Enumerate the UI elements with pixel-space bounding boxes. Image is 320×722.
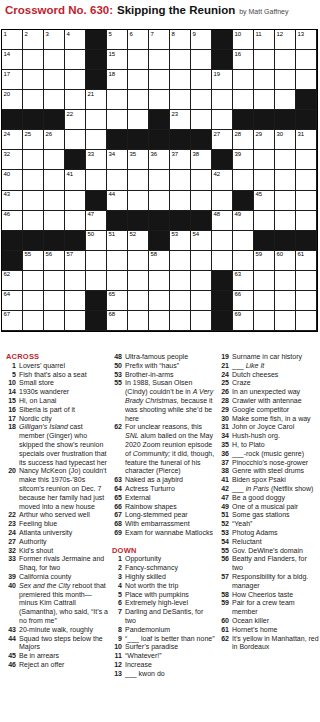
grid-cell-r15c1[interactable]: 67 — [2, 311, 23, 331]
grid-cell-r9c8[interactable] — [149, 191, 170, 211]
grid-cell-r1c14[interactable]: 12 — [275, 30, 296, 50]
clue-down-57: 57Responsibility for a bldg. manager — [217, 573, 319, 591]
grid-cell-r12c10[interactable] — [191, 251, 212, 271]
grid-cell-r14c8[interactable] — [149, 291, 170, 311]
grid-cell-r3c3[interactable] — [44, 70, 65, 90]
black-cell-r6c6 — [107, 130, 128, 150]
grid-cell-r14c1[interactable]: 64 — [2, 291, 23, 311]
grid-cell-r14c4[interactable] — [65, 291, 86, 311]
grid-cell-r5c9[interactable]: 23 — [170, 110, 191, 130]
grid-cell-r13c1[interactable]: 62 — [2, 271, 23, 291]
cell-number-20: 20 — [4, 91, 10, 97]
grid-cell-r15c4[interactable] — [65, 311, 86, 331]
grid-cell-r4c4[interactable] — [65, 90, 86, 110]
grid-cell-r3c1[interactable]: 17 — [2, 70, 23, 90]
clue-across-18: 18Gilligan’s Island cast member (Ginger)… — [4, 423, 108, 467]
grid-cell-r6c1[interactable]: 24 — [2, 130, 23, 150]
grid-cell-r8c7[interactable] — [128, 170, 149, 190]
cell-number-65: 65 — [109, 291, 115, 297]
clue-down-6: 6Extremely high-level — [110, 599, 216, 608]
clue-down-35: 35H, to Plato — [217, 441, 319, 450]
grid-cell-r3c13[interactable] — [254, 70, 275, 90]
clue-text: In an unexpected way — [232, 388, 319, 397]
clue-down-11: 11“Whatever!” — [110, 652, 216, 661]
grid-cell-r14c12[interactable]: 66 — [233, 291, 254, 311]
grid-cell-r9c7[interactable] — [128, 191, 149, 211]
grid-cell-r12c4[interactable]: 57 — [65, 251, 86, 271]
clue-text: Not worth the trip — [125, 582, 216, 591]
clue-number: 45 — [4, 652, 19, 661]
clue-number: 25 — [217, 379, 232, 388]
grid-cell-r7c5[interactable]: 33 — [86, 150, 107, 170]
clue-number: 5 — [4, 371, 19, 380]
black-cell-r1c11 — [212, 30, 233, 50]
clue-across-64: 64Actress Turturro — [110, 485, 216, 494]
cell-number-23: 23 — [172, 111, 178, 117]
grid-cell-r3c8[interactable] — [149, 70, 170, 90]
grid-cell-r14c2[interactable] — [23, 291, 44, 311]
grid-cell-r9c1[interactable]: 43 — [2, 191, 23, 211]
grid-cell-r11c5[interactable]: 50 — [86, 231, 107, 251]
grid-cell-r7c7[interactable]: 35 — [128, 150, 149, 170]
grid-cell-r10c12[interactable]: 49 — [233, 211, 254, 231]
clue-number: 20 — [4, 467, 19, 511]
grid-cell-r7c10[interactable]: 38 — [191, 150, 212, 170]
grid-cell-r13c3[interactable] — [44, 271, 65, 291]
clue-text: Rainbow shapes — [125, 503, 216, 512]
grid-cell-r9c2[interactable] — [23, 191, 44, 211]
cell-number-49: 49 — [235, 211, 241, 217]
grid-cell-r4c13[interactable] — [254, 90, 275, 110]
cell-number-69: 69 — [235, 311, 241, 317]
cell-number-33: 33 — [88, 151, 94, 157]
grid-cell-r11c10[interactable]: 54 — [191, 231, 212, 251]
grid-cell-r3c4[interactable] — [65, 70, 86, 90]
cell-number-5: 5 — [109, 31, 112, 37]
clue-text: Dutch cheeses — [232, 371, 319, 380]
black-cell-r5c12 — [233, 110, 254, 130]
grid-cell-r4c5[interactable]: 21 — [86, 90, 107, 110]
grid-cell-r7c8[interactable]: 36 — [149, 150, 170, 170]
grid-cell-r13c12[interactable]: 63 — [233, 271, 254, 291]
cell-number-46: 46 — [4, 211, 10, 217]
grid-cell-r9c13[interactable]: 45 — [254, 191, 275, 211]
clue-text: Atlanta university — [19, 529, 108, 538]
cell-number-48: 48 — [214, 211, 220, 217]
grid-cell-r15c14[interactable] — [275, 311, 296, 331]
black-cell-r12c1 — [2, 251, 23, 271]
clue-down-3: 3Highly skilled — [110, 573, 216, 582]
cell-number-45: 45 — [256, 191, 262, 197]
grid-cell-r7c14[interactable] — [275, 150, 296, 170]
grid-cell-r12c8[interactable]: 58 — [149, 251, 170, 271]
clue-number: 13 — [110, 670, 125, 679]
grid-cell-r4c12[interactable] — [233, 90, 254, 110]
clue-text: Google competitor — [232, 406, 319, 415]
grid-cell-r8c5[interactable] — [86, 170, 107, 190]
grid-cell-r13c4[interactable] — [65, 271, 86, 291]
clue-number: 44 — [4, 635, 19, 653]
grid-cell-r6c2[interactable]: 25 — [23, 130, 44, 150]
cell-number-39: 39 — [235, 151, 241, 157]
clue-text: “___ loaf is better than none” — [125, 635, 216, 644]
grid-cell-r6c11[interactable]: 27 — [212, 130, 233, 150]
clue-text: 1930s wanderer — [19, 388, 108, 397]
grid-cell-r1c15[interactable]: 13 — [296, 30, 317, 50]
grid-cell-r2c14[interactable] — [275, 50, 296, 70]
grid-cell-r13c13[interactable] — [254, 271, 275, 291]
grid-cell-r15c3[interactable] — [44, 311, 65, 331]
grid-cell-r14c15[interactable] — [296, 291, 317, 311]
grid-cell-r13c14[interactable] — [275, 271, 296, 291]
grid-cell-r7c1[interactable]: 32 — [2, 150, 23, 170]
grid-cell-r12c15[interactable]: 61 — [296, 251, 317, 271]
grid-cell-r15c9[interactable] — [170, 311, 191, 331]
grid-cell-r4c10[interactable] — [191, 90, 212, 110]
grid-cell-r14c3[interactable] — [44, 291, 65, 311]
grid-cell-r15c8[interactable] — [149, 311, 170, 331]
grid-cell-r4c6[interactable] — [107, 90, 128, 110]
grid-cell-r5c11[interactable] — [212, 110, 233, 130]
grid-cell-r10c11[interactable]: 48 — [212, 211, 233, 231]
black-cell-r10c10 — [191, 211, 212, 231]
clue-text: Craze — [232, 379, 319, 388]
grid-cell-r2c10[interactable] — [191, 50, 212, 70]
grid-cell-r8c2[interactable] — [23, 170, 44, 190]
grid-cell-r12c9[interactable] — [170, 251, 191, 271]
clue-text: H, to Plato — [232, 441, 319, 450]
grid-cell-r14c7[interactable] — [128, 291, 149, 311]
grid-cell-r11c9[interactable]: 53 — [170, 231, 191, 251]
grid-cell-r2c2[interactable] — [23, 50, 44, 70]
black-cell-r11c2 — [23, 231, 44, 251]
grid-cell-r6c14[interactable]: 30 — [275, 130, 296, 150]
grid-cell-r5c5[interactable] — [86, 110, 107, 130]
grid-cell-r4c3[interactable] — [44, 90, 65, 110]
grid-cell-r10c5[interactable]: 47 — [86, 211, 107, 231]
clue-down-37: 37Pinocchio’s nose-grower — [217, 459, 319, 468]
clue-number: 6 — [110, 599, 125, 608]
grid-cell-r6c15[interactable]: 31 — [296, 130, 317, 150]
cell-number-36: 36 — [151, 151, 157, 157]
grid-cell-r3c12[interactable] — [233, 70, 254, 90]
grid-cell-r5c4[interactable]: 22 — [65, 110, 86, 130]
grid-cell-r12c7[interactable] — [128, 251, 149, 271]
grid-cell-r13c6[interactable] — [107, 271, 128, 291]
cell-number-34: 34 — [109, 151, 115, 157]
grid-cell-r15c10[interactable] — [191, 311, 212, 331]
black-cell-r5c3 — [44, 110, 65, 130]
clue-text: Authority — [19, 538, 108, 547]
cell-number-13: 13 — [298, 31, 304, 37]
cell-number-66: 66 — [235, 291, 241, 297]
grid-cell-r8c8[interactable] — [149, 170, 170, 190]
cell-number-54: 54 — [193, 231, 199, 237]
grid-cell-r8c11[interactable]: 42 — [212, 170, 233, 190]
clue-down-56: 56Beatty and Flanders, for two — [217, 555, 319, 573]
grid-cell-r3c11[interactable]: 19 — [212, 70, 233, 90]
grid-cell-r6c5[interactable] — [86, 130, 107, 150]
clue-down-58: 58How Cheerios taste — [217, 591, 319, 600]
clue-down-30: 30Make some fish, in a way — [217, 415, 319, 424]
grid-cell-r15c6[interactable]: 68 — [107, 311, 128, 331]
clue-text: Squad two steps below the Majors — [19, 635, 108, 653]
grid-cell-r9c9[interactable] — [170, 191, 191, 211]
grid-cell-r2c12[interactable]: 16 — [233, 50, 254, 70]
grid-cell-r11c12[interactable] — [233, 231, 254, 251]
grid-cell-r10c2[interactable] — [23, 211, 44, 231]
black-cell-r5c1 — [2, 110, 23, 130]
cell-number-3: 3 — [46, 31, 49, 37]
cell-number-51: 51 — [109, 231, 115, 237]
clue-text: Surfer’s paradise — [125, 643, 216, 652]
grid-cell-r12c12[interactable] — [233, 251, 254, 271]
grid-cell-r8c3[interactable] — [44, 170, 65, 190]
grid-cell-r8c1[interactable]: 40 — [2, 170, 23, 190]
grid-cell-r9c4[interactable] — [65, 191, 86, 211]
grid-cell-r2c15[interactable] — [296, 50, 317, 70]
clue-across-67: 67Long-stemmed pear — [110, 511, 216, 520]
cell-number-68: 68 — [109, 311, 115, 317]
clue-number: 56 — [217, 555, 232, 573]
grid-cell-r6c4[interactable] — [65, 130, 86, 150]
grid-cell-r6c13[interactable]: 29 — [254, 130, 275, 150]
clue-number: 37 — [217, 459, 232, 468]
grid-cell-r8c9[interactable] — [170, 170, 191, 190]
clue-down-7: 7Darling and DeSantis, for two — [110, 608, 216, 626]
grid-cell-r14c13[interactable] — [254, 291, 275, 311]
grid-cell-r9c3[interactable] — [44, 191, 65, 211]
grid-cell-r2c8[interactable] — [149, 50, 170, 70]
grid-cell-r13c8[interactable] — [149, 271, 170, 291]
black-cell-r10c6 — [107, 211, 128, 231]
grid-cell-r13c7[interactable] — [128, 271, 149, 291]
clue-text: Surname in car history — [232, 353, 319, 362]
grid-cell-r3c14[interactable] — [275, 70, 296, 90]
grid-cell-r12c14[interactable]: 60 — [275, 251, 296, 271]
clue-text: Opportunity — [125, 555, 216, 564]
grid-cell-r10c14[interactable] — [275, 211, 296, 231]
grid-cell-r9c10[interactable] — [191, 191, 212, 211]
grid-cell-r1c4[interactable]: 4 — [65, 30, 86, 50]
clue-number: 29 — [217, 406, 232, 415]
cell-number-14: 14 — [4, 51, 10, 57]
grid-cell-r5c7[interactable] — [128, 110, 149, 130]
grid-cell-r1c2[interactable]: 2 — [23, 30, 44, 50]
clue-number: 66 — [110, 503, 125, 512]
clue-number: 47 — [217, 494, 232, 503]
grid-cell-r7c12[interactable]: 39 — [233, 150, 254, 170]
black-cell-r5c2 — [23, 110, 44, 130]
grid-cell-r13c9[interactable] — [170, 271, 191, 291]
clue-across-14: 141930s wanderer — [4, 388, 108, 397]
grid-cell-r2c3[interactable] — [44, 50, 65, 70]
grid-cell-r7c2[interactable] — [23, 150, 44, 170]
clue-text: Place with pumpkins — [125, 591, 216, 600]
grid-cell-r9c11[interactable] — [212, 191, 233, 211]
grid-cell-r12c13[interactable]: 59 — [254, 251, 275, 271]
grid-cell-r3c9[interactable] — [170, 70, 191, 90]
black-cell-r11c13 — [254, 231, 275, 251]
grid-cell-r3c15[interactable] — [296, 70, 317, 90]
grid-cell-r3c10[interactable] — [191, 70, 212, 90]
grid-cell-r15c13[interactable] — [254, 311, 275, 331]
grid-cell-r13c15[interactable] — [296, 271, 317, 291]
clue-across-44: 44Squad two steps below the Majors — [4, 635, 108, 653]
grid-cell-r4c11[interactable] — [212, 90, 233, 110]
grid-cell-r9c6[interactable]: 44 — [107, 191, 128, 211]
clue-number: 14 — [4, 388, 19, 397]
grid-cell-r7c6[interactable]: 34 — [107, 150, 128, 170]
grid-cell-r8c6[interactable] — [107, 170, 128, 190]
grid-cell-r2c6[interactable]: 15 — [107, 50, 128, 70]
grid-cell-r4c2[interactable] — [23, 90, 44, 110]
grid-cell-r2c4[interactable] — [65, 50, 86, 70]
clue-down-52: 52“Yeah” — [217, 520, 319, 529]
grid-cell-r11c11[interactable] — [212, 231, 233, 251]
grid-cell-r3c6[interactable]: 18 — [107, 70, 128, 90]
clue-number: 62 — [217, 635, 232, 653]
clue-down-8: 8Pandemonium — [110, 626, 216, 635]
clue-section: ACROSS1Lovers’ quarrel5Fish that’s also … — [0, 353, 320, 722]
clue-number: 48 — [110, 353, 125, 362]
grid-cell-r8c12[interactable] — [233, 170, 254, 190]
black-cell-r7c11 — [212, 150, 233, 170]
grid-cell-r1c8[interactable]: 7 — [149, 30, 170, 50]
grid-cell-r15c7[interactable] — [128, 311, 149, 331]
grid-cell-r1c12[interactable]: 10 — [233, 30, 254, 50]
clue-down-13: 13___ kwon do — [110, 670, 216, 679]
grid-cell-r2c9[interactable] — [170, 50, 191, 70]
byline: by Matt Gaffney — [239, 8, 288, 15]
clue-number: 38 — [217, 467, 232, 476]
grid-cell-r12c6[interactable] — [107, 251, 128, 271]
grid-cell-r8c15[interactable] — [296, 170, 317, 190]
grid-cell-r9c14[interactable] — [275, 191, 296, 211]
grid-cell-r5c10[interactable] — [191, 110, 212, 130]
clue-number: 15 — [4, 397, 19, 406]
grid-cell-r12c3[interactable]: 56 — [44, 251, 65, 271]
grid-cell-r4c9[interactable] — [170, 90, 191, 110]
grid-cell-r10c4[interactable] — [65, 211, 86, 231]
grid-cell-r4c1[interactable]: 20 — [2, 90, 23, 110]
clue-text: Some gas stations — [232, 511, 319, 520]
clue-text: Pair for a crew team member — [232, 599, 319, 617]
grid-cell-r2c7[interactable] — [128, 50, 149, 70]
clue-number: 10 — [4, 379, 19, 388]
grid-cell-r13c5[interactable] — [86, 271, 107, 291]
grid-cell-r8c14[interactable] — [275, 170, 296, 190]
grid-cell-r10c1[interactable]: 46 — [2, 211, 23, 231]
cell-number-60: 60 — [277, 251, 283, 257]
clue-number: 62 — [110, 423, 125, 476]
black-cell-r6c10 — [191, 130, 212, 150]
grid-cell-r13c2[interactable] — [23, 271, 44, 291]
down-header: DOWN — [112, 547, 216, 556]
grid-cell-r1c13[interactable]: 11 — [254, 30, 275, 50]
clue-down-4: 4Not worth the trip — [110, 582, 216, 591]
grid-cell-r3c7[interactable] — [128, 70, 149, 90]
black-cell-r6c7 — [128, 130, 149, 150]
grid-cell-r1c1[interactable]: 1 — [2, 30, 23, 50]
grid-cell-r1c9[interactable]: 8 — [170, 30, 191, 50]
grid-cell-r15c2[interactable] — [23, 311, 44, 331]
grid-cell-r7c9[interactable]: 37 — [170, 150, 191, 170]
grid-cell-r7c15[interactable] — [296, 150, 317, 170]
clue-number: 60 — [217, 617, 232, 626]
grid-cell-r6c12[interactable]: 28 — [233, 130, 254, 150]
grid-cell-r1c7[interactable]: 6 — [128, 30, 149, 50]
grid-cell-r2c1[interactable]: 14 — [2, 50, 23, 70]
clue-text: Highly skilled — [125, 573, 216, 582]
grid-cell-r10c3[interactable] — [44, 211, 65, 231]
grid-cell-r8c10[interactable] — [191, 170, 212, 190]
grid-cell-r3c2[interactable] — [23, 70, 44, 90]
grid-cell-r4c14[interactable] — [275, 90, 296, 110]
grid-cell-r7c13[interactable] — [254, 150, 275, 170]
crossword-grid[interactable]: 1234567891011121314151617181920212223242… — [1, 29, 318, 332]
black-cell-r10c7 — [128, 211, 149, 231]
clue-text: 20-minute walk, roughly — [19, 626, 108, 635]
clue-down-42: 42___ in Paris (Netflix show) — [217, 485, 319, 494]
grid-cell-r1c3[interactable]: 3 — [44, 30, 65, 50]
grid-cell-r15c15[interactable] — [296, 311, 317, 331]
clue-number: 52 — [217, 520, 232, 529]
grid-cell-r15c12[interactable]: 69 — [233, 311, 254, 331]
clue-text: Actress Turturro — [125, 485, 216, 494]
clue-number: 42 — [217, 485, 232, 494]
grid-cell-r14c9[interactable] — [170, 291, 191, 311]
clue-across-17: 17Nordic city — [4, 415, 108, 424]
grid-cell-r8c13[interactable] — [254, 170, 275, 190]
grid-cell-r4c7[interactable] — [128, 90, 149, 110]
cell-number-28: 28 — [235, 131, 241, 137]
grid-cell-r13c10[interactable] — [191, 271, 212, 291]
grid-cell-r12c11[interactable] — [212, 251, 233, 271]
clue-text: ___ in Paris (Netflix show) — [232, 485, 319, 494]
black-cell-r6c8 — [149, 130, 170, 150]
clue-number: 54 — [217, 538, 232, 547]
black-cell-r1c5 — [86, 30, 107, 50]
clue-number: 1 — [4, 362, 19, 371]
grid-cell-r11c6[interactable]: 51 — [107, 231, 128, 251]
grid-cell-r10c13[interactable] — [254, 211, 275, 231]
grid-cell-r14c14[interactable] — [275, 291, 296, 311]
grid-cell-r2c13[interactable] — [254, 50, 275, 70]
clue-text: Exam for wannabe Matlocks — [125, 529, 216, 538]
grid-cell-r12c5[interactable] — [86, 251, 107, 271]
clue-text: One of a musical pair — [232, 503, 319, 512]
grid-cell-r10c15[interactable] — [296, 211, 317, 231]
grid-cell-r1c6[interactable]: 5 — [107, 30, 128, 50]
cell-number-25: 25 — [25, 131, 31, 137]
grid-cell-r14c6[interactable]: 65 — [107, 291, 128, 311]
grid-cell-r12c2[interactable]: 55 — [23, 251, 44, 271]
grid-cell-r9c15[interactable] — [296, 191, 317, 211]
grid-cell-r7c3[interactable] — [44, 150, 65, 170]
clue-text: For unclear reasons, this SNL alum baile… — [125, 423, 216, 476]
grid-cell-r5c6[interactable] — [107, 110, 128, 130]
grid-cell-r1c10[interactable]: 9 — [191, 30, 212, 50]
grid-cell-r4c8[interactable] — [149, 90, 170, 110]
black-cell-r2c5 — [86, 50, 107, 70]
grid-cell-r6c3[interactable]: 26 — [44, 130, 65, 150]
grid-cell-r11c7[interactable]: 52 — [128, 231, 149, 251]
grid-cell-r8c4[interactable]: 41 — [65, 170, 86, 190]
black-cell-r11c15 — [296, 231, 317, 251]
cell-number-53: 53 — [172, 231, 178, 237]
grid-cell-r14c10[interactable] — [191, 291, 212, 311]
